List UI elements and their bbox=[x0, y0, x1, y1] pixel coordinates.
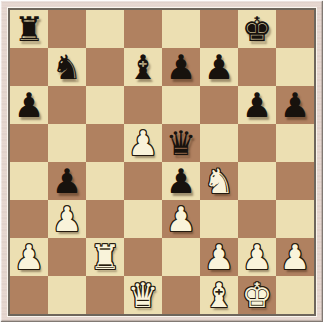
white-king-g1[interactable]: ♚ bbox=[238, 276, 276, 314]
square-e1[interactable] bbox=[162, 276, 200, 314]
square-f7[interactable]: ♟ bbox=[200, 48, 238, 86]
square-d5[interactable]: ♟ bbox=[124, 124, 162, 162]
white-pawn-d5[interactable]: ♟ bbox=[124, 124, 162, 162]
black-pawn-h6[interactable]: ♟ bbox=[276, 86, 314, 124]
square-h8[interactable] bbox=[276, 10, 314, 48]
square-f3[interactable] bbox=[200, 200, 238, 238]
square-a7[interactable] bbox=[10, 48, 48, 86]
square-h4[interactable] bbox=[276, 162, 314, 200]
square-c2[interactable]: ♜ bbox=[86, 238, 124, 276]
square-e7[interactable]: ♟ bbox=[162, 48, 200, 86]
square-h5[interactable] bbox=[276, 124, 314, 162]
square-a3[interactable] bbox=[10, 200, 48, 238]
square-b5[interactable] bbox=[48, 124, 86, 162]
square-e2[interactable] bbox=[162, 238, 200, 276]
square-f8[interactable] bbox=[200, 10, 238, 48]
black-rook-a8[interactable]: ♜ bbox=[10, 10, 48, 48]
square-e5[interactable]: ♛ bbox=[162, 124, 200, 162]
square-e4[interactable]: ♟ bbox=[162, 162, 200, 200]
square-e3[interactable]: ♟ bbox=[162, 200, 200, 238]
square-h2[interactable]: ♟ bbox=[276, 238, 314, 276]
square-f6[interactable] bbox=[200, 86, 238, 124]
square-c5[interactable] bbox=[86, 124, 124, 162]
square-b8[interactable] bbox=[48, 10, 86, 48]
square-d4[interactable] bbox=[124, 162, 162, 200]
square-g7[interactable] bbox=[238, 48, 276, 86]
white-pawn-h2[interactable]: ♟ bbox=[276, 238, 314, 276]
square-f1[interactable]: ♝ bbox=[200, 276, 238, 314]
square-d1[interactable]: ♛ bbox=[124, 276, 162, 314]
white-pawn-a2[interactable]: ♟ bbox=[10, 238, 48, 276]
white-pawn-b3[interactable]: ♟ bbox=[48, 200, 86, 238]
white-rook-c2[interactable]: ♜ bbox=[86, 238, 124, 276]
square-f2[interactable]: ♟ bbox=[200, 238, 238, 276]
white-knight-f4[interactable]: ♞ bbox=[200, 162, 238, 200]
square-b3[interactable]: ♟ bbox=[48, 200, 86, 238]
square-c6[interactable] bbox=[86, 86, 124, 124]
square-b6[interactable] bbox=[48, 86, 86, 124]
square-g8[interactable]: ♚ bbox=[238, 10, 276, 48]
square-h1[interactable] bbox=[276, 276, 314, 314]
white-bishop-f1[interactable]: ♝ bbox=[200, 276, 238, 314]
square-c4[interactable] bbox=[86, 162, 124, 200]
square-e8[interactable] bbox=[162, 10, 200, 48]
square-c1[interactable] bbox=[86, 276, 124, 314]
square-a6[interactable]: ♟ bbox=[10, 86, 48, 124]
black-bishop-d7[interactable]: ♝ bbox=[124, 48, 162, 86]
square-g5[interactable] bbox=[238, 124, 276, 162]
square-f4[interactable]: ♞ bbox=[200, 162, 238, 200]
square-c3[interactable] bbox=[86, 200, 124, 238]
chess-diagram: ♜♚♞♝♟♟♟♟♟♟♛♟♟♞♟♟♟♜♟♟♟♛♝♚ bbox=[0, 0, 323, 322]
black-pawn-e7[interactable]: ♟ bbox=[162, 48, 200, 86]
black-pawn-f7[interactable]: ♟ bbox=[200, 48, 238, 86]
black-knight-b7[interactable]: ♞ bbox=[48, 48, 86, 86]
chess-board: ♜♚♞♝♟♟♟♟♟♟♛♟♟♞♟♟♟♜♟♟♟♛♝♚ bbox=[8, 8, 316, 316]
square-a2[interactable]: ♟ bbox=[10, 238, 48, 276]
square-b2[interactable] bbox=[48, 238, 86, 276]
square-f5[interactable] bbox=[200, 124, 238, 162]
square-h3[interactable] bbox=[276, 200, 314, 238]
black-pawn-e4[interactable]: ♟ bbox=[162, 162, 200, 200]
square-d7[interactable]: ♝ bbox=[124, 48, 162, 86]
square-d6[interactable] bbox=[124, 86, 162, 124]
black-king-g8[interactable]: ♚ bbox=[238, 10, 276, 48]
square-b1[interactable] bbox=[48, 276, 86, 314]
square-g6[interactable]: ♟ bbox=[238, 86, 276, 124]
square-c8[interactable] bbox=[86, 10, 124, 48]
black-pawn-g6[interactable]: ♟ bbox=[238, 86, 276, 124]
square-d3[interactable] bbox=[124, 200, 162, 238]
square-g4[interactable] bbox=[238, 162, 276, 200]
black-pawn-b4[interactable]: ♟ bbox=[48, 162, 86, 200]
square-h7[interactable] bbox=[276, 48, 314, 86]
square-a5[interactable] bbox=[10, 124, 48, 162]
square-g1[interactable]: ♚ bbox=[238, 276, 276, 314]
square-a4[interactable] bbox=[10, 162, 48, 200]
square-g2[interactable]: ♟ bbox=[238, 238, 276, 276]
black-pawn-a6[interactable]: ♟ bbox=[10, 86, 48, 124]
square-e6[interactable] bbox=[162, 86, 200, 124]
white-pawn-g2[interactable]: ♟ bbox=[238, 238, 276, 276]
square-d8[interactable] bbox=[124, 10, 162, 48]
square-c7[interactable] bbox=[86, 48, 124, 86]
square-a8[interactable]: ♜ bbox=[10, 10, 48, 48]
square-g3[interactable] bbox=[238, 200, 276, 238]
black-queen-e5[interactable]: ♛ bbox=[162, 124, 200, 162]
square-b7[interactable]: ♞ bbox=[48, 48, 86, 86]
white-pawn-e3[interactable]: ♟ bbox=[162, 200, 200, 238]
white-pawn-f2[interactable]: ♟ bbox=[200, 238, 238, 276]
square-h6[interactable]: ♟ bbox=[276, 86, 314, 124]
square-d2[interactable] bbox=[124, 238, 162, 276]
white-queen-d1[interactable]: ♛ bbox=[124, 276, 162, 314]
square-a1[interactable] bbox=[10, 276, 48, 314]
square-b4[interactable]: ♟ bbox=[48, 162, 86, 200]
